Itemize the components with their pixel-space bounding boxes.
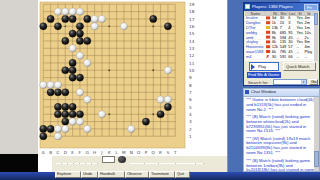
black-stone-R4 <box>157 111 164 118</box>
board-surface[interactable] <box>40 2 185 148</box>
player-window-titlebar[interactable]: Players: 1384 Players Fri <box>244 3 319 11</box>
find-game-banner[interactable]: Find Me A Game <box>247 72 281 78</box>
player-table-area: NameRkWinLosStIdferalee3d306Yes4mDongbei… <box>245 11 314 61</box>
chevron-down-icon[interactable]: ▾ <box>301 80 306 84</box>
row-label: 17 <box>189 17 195 22</box>
button-undo[interactable]: Undo <box>81 171 98 178</box>
chat-message: *** (B) Match (rated) looking game betwe… <box>246 114 314 133</box>
white-stone-H16 <box>91 23 98 30</box>
white-stone-C18 <box>54 8 61 15</box>
black-stone-C4 <box>54 111 61 118</box>
white-stone-B8 <box>47 81 54 88</box>
country-flag-icon <box>266 26 270 29</box>
stone-toggle-icon[interactable] <box>118 156 126 163</box>
player-list-scrollbar[interactable] <box>314 11 318 61</box>
window-icon <box>245 4 250 9</box>
white-stone-F7 <box>76 89 83 96</box>
black-stone-S5 <box>164 103 171 110</box>
board-toolbar-row2: ExplorerUndoHandtalkObserveTeammateQuit <box>52 164 227 172</box>
col-label: G <box>86 150 89 155</box>
black-stone-D4 <box>62 111 69 118</box>
chat-messages-area[interactable]: *** Game in kibitz between cloud(4k) and… <box>245 97 314 171</box>
country-flag-icon <box>266 45 270 48</box>
black-stone-C16 <box>54 23 61 30</box>
col-label: O <box>137 150 141 155</box>
row-label: 16 <box>189 24 195 29</box>
col-label: B <box>49 150 52 155</box>
black-stone-G17 <box>84 15 91 22</box>
country-flag-icon <box>266 40 270 43</box>
black-stone-B7 <box>47 89 54 96</box>
chat-window-titlebar[interactable]: Chat Window <box>244 89 319 97</box>
black-stone-C5 <box>54 103 61 110</box>
col-label: J <box>100 150 102 155</box>
black-stone-Q17 <box>150 15 157 22</box>
button-explorer[interactable]: Explorer <box>55 171 81 178</box>
hoshi-point <box>152 113 154 115</box>
chat-window: Chat Window *** Game in kibitz between c… <box>243 88 320 172</box>
row-label: 2 <box>189 127 192 132</box>
col-label: K <box>108 150 111 155</box>
white-stone-C2 <box>54 125 61 132</box>
black-stone-D14 <box>62 37 69 44</box>
row-label: 6 <box>189 97 192 102</box>
black-stone-C7 <box>54 89 61 96</box>
country-flag-icon <box>266 50 270 53</box>
black-stone-D3 <box>62 118 69 125</box>
go-board[interactable]: ABCDEFGHJKLMNOPQRST191817161514131211109… <box>38 0 200 158</box>
white-stone-C1 <box>54 133 61 140</box>
black-stone-D17 <box>62 15 69 22</box>
hoshi-point <box>152 69 154 71</box>
black-stone-S16 <box>164 23 171 30</box>
black-stone-E17 <box>69 15 76 22</box>
chat-message: *** (B) Match (rated) looking game betwe… <box>246 158 314 171</box>
black-stone-A2 <box>40 125 47 132</box>
col-label: Q <box>152 150 156 155</box>
black-stone-E10 <box>69 67 76 74</box>
game-board-window: ABCDEFGHJKLMNOPQRST191817161514131211109… <box>38 0 228 172</box>
play-button[interactable]: Play <box>249 62 279 71</box>
white-stone-F18 <box>76 8 83 15</box>
white-stone-G11 <box>84 59 91 66</box>
white-stone-S6 <box>164 96 171 103</box>
white-stone-F12 <box>76 52 83 59</box>
black-stone-A16 <box>40 23 47 30</box>
row-label: 3 <box>189 119 192 124</box>
col-label: F <box>79 150 82 155</box>
black-stone-E4 <box>69 111 76 118</box>
row-label: 7 <box>189 90 192 95</box>
black-stone-E5 <box>69 103 76 110</box>
black-stone-A1 <box>40 133 47 140</box>
white-stone-J17 <box>98 15 105 22</box>
white-stone-J4 <box>98 111 105 118</box>
row-label: 11 <box>189 61 195 66</box>
white-stone-D18 <box>62 8 69 15</box>
row-label: 14 <box>189 39 195 44</box>
col-label: H <box>93 150 96 155</box>
white-stone-E18 <box>69 8 76 15</box>
col-label: M <box>122 150 126 155</box>
col-label: A <box>42 150 45 155</box>
row-label: 13 <box>189 46 195 51</box>
white-stone-G2 <box>84 125 91 132</box>
white-stone-R6 <box>157 96 164 103</box>
row-label: 19 <box>189 2 195 7</box>
player-list-window: Players: 1384 Players Fri NameRkWinLosSt… <box>243 2 320 86</box>
col-label: E <box>71 150 74 155</box>
black-stone-E11 <box>69 59 76 66</box>
country-flag-icon <box>266 16 270 19</box>
white-stone-A8 <box>40 81 47 88</box>
black-stone-D10 <box>62 67 69 74</box>
black-stone-F9 <box>76 74 83 81</box>
row-label: 18 <box>189 9 195 14</box>
background-window-strip <box>0 0 40 154</box>
chat-window-title: Chat Window <box>251 89 276 93</box>
black-stone-E9 <box>69 74 76 81</box>
black-stone-G14 <box>84 37 91 44</box>
white-stone-D2 <box>62 125 69 132</box>
col-label: N <box>130 150 133 155</box>
country-flag-icon <box>266 36 270 39</box>
button-teammate[interactable]: Teammate <box>149 171 175 178</box>
row-label: 10 <box>189 68 195 73</box>
chat-scrollbar[interactable] <box>314 97 319 171</box>
col-label: C <box>56 150 59 155</box>
chat-message: *** (W) Match (rated) 19x19 match betwee… <box>246 136 314 155</box>
country-flag-icon <box>266 31 270 34</box>
player-row[interactable]: m4✗3059166---- <box>245 54 313 59</box>
bottom-left-black-area <box>0 154 38 173</box>
black-stone-P3 <box>142 118 149 125</box>
no-flag-icon: ✗ <box>266 54 270 58</box>
play-icon <box>251 64 255 70</box>
black-stone-F15 <box>76 30 83 37</box>
button-handtalk[interactable]: Handtalk <box>98 171 125 178</box>
row-label: 1 <box>189 134 192 139</box>
hoshi-point <box>108 69 110 71</box>
black-stone-F4 <box>76 111 83 118</box>
black-stone-D5 <box>62 103 69 110</box>
white-stone-G6 <box>84 96 91 103</box>
white-stone-E13 <box>69 45 76 52</box>
black-stone-E15 <box>69 30 76 37</box>
button-observe[interactable]: Observe <box>125 171 149 178</box>
hoshi-point <box>64 25 66 27</box>
col-label: D <box>64 150 67 155</box>
hoshi-point <box>152 25 154 27</box>
hoshi-point <box>108 25 110 27</box>
col-label: T <box>173 150 177 155</box>
button-quit[interactable]: Quit <box>175 171 190 178</box>
col-label: R <box>159 150 162 155</box>
move-number-input[interactable] <box>102 156 115 163</box>
country-flag-icon <box>266 21 270 24</box>
search-go-button[interactable]: Go <box>309 79 318 85</box>
col-label: L <box>115 150 118 155</box>
white-stone-S10 <box>164 67 171 74</box>
row-label: 15 <box>189 31 195 36</box>
black-stone-D7 <box>62 89 69 96</box>
toolbar-buttons-row2: ExplorerUndoHandtalkObserveTeammateQuit <box>55 164 190 180</box>
black-stone-F14 <box>76 37 83 44</box>
white-stone-C8 <box>54 81 61 88</box>
chat-message: *** Game in kibitz between cloud(4k) and… <box>246 98 314 112</box>
white-stone-F3 <box>76 118 83 125</box>
white-stone-H17 <box>91 15 98 22</box>
white-stone-E3 <box>69 118 76 125</box>
row-label: 9 <box>189 75 192 80</box>
white-stone-M16 <box>120 23 127 30</box>
row-label: 5 <box>189 105 192 110</box>
row-label: 4 <box>189 112 192 117</box>
row-label: 8 <box>189 83 192 88</box>
hoshi-point <box>108 113 110 115</box>
black-stone-B17 <box>47 15 54 22</box>
search-combobox[interactable]: ▾ <box>273 79 307 85</box>
col-label: P <box>145 150 148 155</box>
black-stone-F16 <box>76 23 83 30</box>
tab-friends[interactable]: Fri <box>304 4 318 11</box>
row-label: 12 <box>189 53 195 58</box>
player-window-title: Players: 1384 Players <box>252 4 293 8</box>
quick-match-button[interactable]: Quick Match <box>283 62 316 71</box>
col-label: S <box>167 150 170 155</box>
chat-icon <box>245 90 249 94</box>
search-label: Search for: <box>248 80 269 84</box>
black-stone-B2 <box>47 125 54 132</box>
white-stone-N2 <box>128 125 135 132</box>
board-toolbar-row1: |◂◂◂◂·▸▸▸▸| SaveEditScoreAdjourn? <box>52 156 227 164</box>
